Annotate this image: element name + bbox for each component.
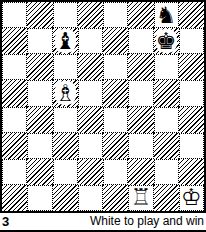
square-d2 bbox=[78, 159, 103, 185]
square-f1: ♖ bbox=[128, 185, 153, 211]
white-rook-f1: ♖ bbox=[131, 186, 152, 209]
square-a7 bbox=[2, 28, 27, 54]
square-d4 bbox=[78, 107, 103, 133]
square-b5 bbox=[27, 80, 52, 106]
square-a2 bbox=[2, 159, 27, 185]
chess-board: ♞♝♚♗♖♔ bbox=[0, 0, 206, 213]
square-e5 bbox=[103, 80, 128, 106]
square-h3 bbox=[179, 133, 204, 159]
square-a8 bbox=[2, 2, 27, 28]
square-f4 bbox=[128, 107, 153, 133]
white-king-h1: ♔ bbox=[181, 186, 202, 209]
puzzle-number: 3 bbox=[2, 214, 9, 229]
square-b7 bbox=[27, 28, 52, 54]
black-king-g7: ♚ bbox=[156, 29, 177, 53]
square-c4 bbox=[53, 107, 78, 133]
square-e3 bbox=[103, 133, 128, 159]
square-e8 bbox=[103, 2, 128, 28]
square-c7: ♝ bbox=[53, 28, 78, 54]
square-c8 bbox=[53, 2, 78, 28]
square-f7 bbox=[128, 28, 153, 54]
square-h6 bbox=[179, 54, 204, 80]
square-d1 bbox=[78, 185, 103, 211]
square-b3 bbox=[27, 133, 52, 159]
square-g2 bbox=[154, 159, 179, 185]
square-g7: ♚ bbox=[154, 28, 179, 54]
chess-puzzle-page: ♞♝♚♗♖♔ 3 White to play and win bbox=[0, 0, 206, 232]
square-c6 bbox=[53, 54, 78, 80]
square-e2 bbox=[103, 159, 128, 185]
square-h1: ♔ bbox=[179, 185, 204, 211]
square-b6 bbox=[27, 54, 52, 80]
square-c5: ♗ bbox=[53, 80, 78, 106]
square-b2 bbox=[27, 159, 52, 185]
square-f2 bbox=[128, 159, 153, 185]
square-g5 bbox=[154, 80, 179, 106]
square-f5 bbox=[128, 80, 153, 106]
square-g1 bbox=[154, 185, 179, 211]
square-g8: ♞ bbox=[154, 2, 179, 28]
square-h2 bbox=[179, 159, 204, 185]
square-a6 bbox=[2, 54, 27, 80]
square-e1 bbox=[103, 185, 128, 211]
square-h7 bbox=[179, 28, 204, 54]
square-f6 bbox=[128, 54, 153, 80]
square-b1 bbox=[27, 185, 52, 211]
square-c3 bbox=[53, 133, 78, 159]
square-a4 bbox=[2, 107, 27, 133]
square-d8 bbox=[78, 2, 103, 28]
square-b8 bbox=[27, 2, 52, 28]
square-g4 bbox=[154, 107, 179, 133]
square-g6 bbox=[154, 54, 179, 80]
square-h4 bbox=[179, 107, 204, 133]
square-d3 bbox=[78, 133, 103, 159]
square-c1 bbox=[53, 185, 78, 211]
square-e7 bbox=[103, 28, 128, 54]
square-f3 bbox=[128, 133, 153, 159]
square-d5 bbox=[78, 80, 103, 106]
white-bishop-c5: ♗ bbox=[55, 81, 76, 105]
square-d6 bbox=[78, 54, 103, 80]
black-bishop-c7: ♝ bbox=[55, 29, 76, 53]
square-e4 bbox=[103, 107, 128, 133]
square-a5 bbox=[2, 80, 27, 106]
square-e6 bbox=[103, 54, 128, 80]
square-h8 bbox=[179, 2, 204, 28]
caption-bar: 3 White to play and win bbox=[0, 213, 206, 232]
square-f8 bbox=[128, 2, 153, 28]
black-knight-g8: ♞ bbox=[156, 4, 177, 27]
square-c2 bbox=[53, 159, 78, 185]
square-h5 bbox=[179, 80, 204, 106]
square-g3 bbox=[154, 133, 179, 159]
square-b4 bbox=[27, 107, 52, 133]
square-a3 bbox=[2, 133, 27, 159]
square-a1 bbox=[2, 185, 27, 211]
square-d7 bbox=[78, 28, 103, 54]
caption-text: White to play and win bbox=[90, 214, 204, 228]
